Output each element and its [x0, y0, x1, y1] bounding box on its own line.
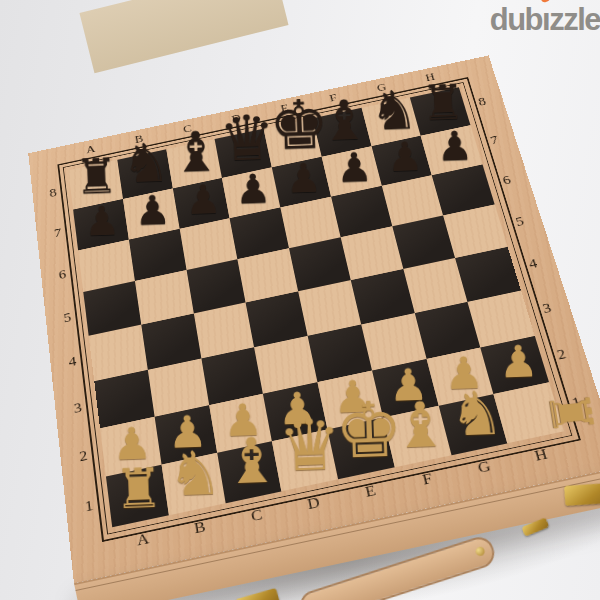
piece-black-bishop-c8: ♝	[169, 123, 222, 180]
square-a4	[89, 325, 148, 381]
watermark-i: ı	[542, 2, 549, 38]
square-d4	[246, 291, 308, 347]
piece-white-king-e1: ♚	[333, 391, 393, 469]
piece-black-knight-b8: ♞	[120, 136, 172, 191]
piece-black-king-e8: ♚	[268, 90, 321, 159]
brass-latch-icon	[564, 483, 600, 506]
watermark-text: zzle	[549, 2, 600, 37]
piece-black-pawn-e7: ♟	[277, 157, 330, 199]
piece-black-pawn-h7: ♟	[428, 125, 481, 167]
piece-white-knight-g1: ♞	[447, 383, 507, 446]
piece-black-bishop-f8: ♝	[318, 92, 371, 149]
piece-white-knight-b1: ♞	[165, 443, 225, 506]
brass-latch-icon	[235, 588, 280, 600]
handle-pin-icon	[474, 546, 485, 557]
square-c4	[193, 302, 254, 358]
piece-black-rook-a8: ♜	[70, 151, 122, 201]
square-a5	[83, 281, 141, 336]
piece-black-rook-h8: ♜	[417, 78, 469, 128]
piece-white-rook-a1: ♜	[109, 460, 168, 517]
dubizzle-watermark: dubızzle	[490, 2, 600, 38]
piece-black-knight-g8: ♞	[367, 83, 419, 138]
chess-case: ABCDEFGH ABCDEFGH 87654321 87654321 ♜♞♝♛…	[0, 0, 600, 600]
piece-black-pawn-c7: ♟	[176, 178, 229, 220]
piece-black-pawn-g7: ♟	[378, 135, 431, 177]
piece-black-pawn-b7: ♟	[126, 189, 179, 231]
piece-white-bishop-f1: ♝	[390, 393, 450, 458]
piece-black-pawn-a7: ♟	[76, 200, 129, 242]
piece-black-pawn-f7: ♟	[328, 146, 381, 188]
square-b5	[135, 270, 194, 324]
watermark-text: dub	[490, 2, 542, 37]
piece-white-queen-d1: ♛	[277, 409, 337, 482]
piece-black-queen-d8: ♛	[218, 106, 271, 170]
square-b4	[141, 314, 201, 370]
piece-black-pawn-d7: ♟	[227, 167, 280, 209]
piece-white-bishop-c1: ♝	[221, 429, 281, 494]
